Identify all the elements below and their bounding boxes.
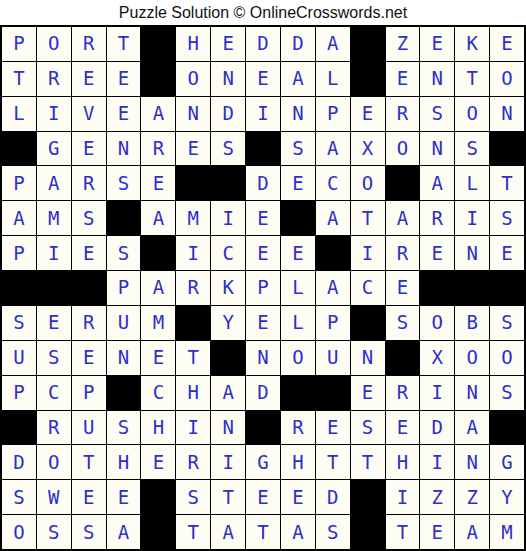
letter-cell-r12c7: N <box>211 411 245 445</box>
letter-cell-r6c12: A <box>386 201 420 235</box>
letter-cell-r10c14: O <box>455 341 489 375</box>
letter-cell-r9c12: S <box>386 306 420 340</box>
puzzle-solution-page: Puzzle Solution © OnlineCrosswords.net P… <box>0 0 526 551</box>
letter-cell-r4c6: E <box>176 132 210 166</box>
letter-cell-r3c11: E <box>351 97 385 131</box>
letter-cell-r5c8: D <box>246 166 280 200</box>
letter-cell-r7c4: S <box>107 236 141 270</box>
letter-cell-r13c5: E <box>141 445 175 479</box>
letter-cell-r14c14: Z <box>455 480 489 514</box>
letter-cell-r1c4: T <box>107 27 141 61</box>
letter-cell-r12c9: R <box>281 411 315 445</box>
letter-cell-r5c14: L <box>455 166 489 200</box>
letter-cell-r7c8: E <box>246 236 280 270</box>
letter-cell-r6c7: I <box>211 201 245 235</box>
letter-cell-r10c15: O <box>490 341 524 375</box>
letter-cell-r9c10: P <box>316 306 350 340</box>
letter-cell-r11c12: R <box>386 376 420 410</box>
letter-cell-r10c10: U <box>316 341 350 375</box>
letter-cell-r9c7: Y <box>211 306 245 340</box>
letter-cell-r5c10: C <box>316 166 350 200</box>
letter-cell-r3c10: P <box>316 97 350 131</box>
letter-cell-r12c11: S <box>351 411 385 445</box>
letter-cell-r7c2: I <box>37 236 71 270</box>
letter-cell-r11c2: C <box>37 376 71 410</box>
block-cell-r10c12 <box>386 341 420 375</box>
letter-cell-r3c2: I <box>37 97 71 131</box>
letter-cell-r10c5: E <box>141 341 175 375</box>
letter-cell-r12c2: R <box>37 411 71 445</box>
block-cell-r14c11 <box>351 480 385 514</box>
letter-cell-r12c13: D <box>420 411 454 445</box>
letter-cell-r14c10: D <box>316 480 350 514</box>
letter-cell-r13c6: R <box>176 445 210 479</box>
letter-cell-r1c1: P <box>2 27 36 61</box>
letter-cell-r11c8: D <box>246 376 280 410</box>
letter-cell-r2c10: L <box>316 62 350 96</box>
letter-cell-r13c1: D <box>2 445 36 479</box>
letter-cell-r5c15: T <box>490 166 524 200</box>
letter-cell-r2c14: T <box>455 62 489 96</box>
letter-cell-r7c11: I <box>351 236 385 270</box>
letter-cell-r7c13: E <box>420 236 454 270</box>
letter-cell-r15c6: T <box>176 515 210 549</box>
letter-cell-r15c3: S <box>72 515 106 549</box>
letter-cell-r15c8: T <box>246 515 280 549</box>
letter-cell-r7c9: E <box>281 236 315 270</box>
block-cell-r15c11 <box>351 515 385 549</box>
letter-cell-r10c3: E <box>72 341 106 375</box>
letter-cell-r6c13: R <box>420 201 454 235</box>
letter-cell-r15c13: E <box>420 515 454 549</box>
block-cell-r2c5 <box>141 62 175 96</box>
block-cell-r1c11 <box>351 27 385 61</box>
letter-cell-r3c4: E <box>107 97 141 131</box>
letter-cell-r5c11: O <box>351 166 385 200</box>
letter-cell-r11c3: P <box>72 376 106 410</box>
letter-cell-r11c7: A <box>211 376 245 410</box>
block-cell-r11c4 <box>107 376 141 410</box>
block-cell-r12c1 <box>2 411 36 445</box>
letter-cell-r2c13: N <box>420 62 454 96</box>
letter-cell-r9c15: S <box>490 306 524 340</box>
letter-cell-r8c6: R <box>176 271 210 305</box>
letter-cell-r2c6: O <box>176 62 210 96</box>
block-cell-r8c3 <box>72 271 106 305</box>
letter-cell-r6c2: M <box>37 201 71 235</box>
letter-cell-r8c8: P <box>246 271 280 305</box>
letter-cell-r12c14: A <box>455 411 489 445</box>
block-cell-r8c14 <box>455 271 489 305</box>
letter-cell-r5c5: E <box>141 166 175 200</box>
letter-cell-r13c2: O <box>37 445 71 479</box>
letter-cell-r3c12: R <box>386 97 420 131</box>
letter-cell-r8c11: C <box>351 271 385 305</box>
block-cell-r12c8 <box>246 411 280 445</box>
block-cell-r5c12 <box>386 166 420 200</box>
letter-cell-r13c10: T <box>316 445 350 479</box>
block-cell-r8c2 <box>37 271 71 305</box>
letter-cell-r2c3: E <box>72 62 106 96</box>
letter-cell-r1c9: D <box>281 27 315 61</box>
letter-cell-r3c7: D <box>211 97 245 131</box>
letter-cell-r11c11: E <box>351 376 385 410</box>
letter-cell-r13c9: H <box>281 445 315 479</box>
block-cell-r11c10 <box>316 376 350 410</box>
letter-cell-r7c15: E <box>490 236 524 270</box>
letter-cell-r4c13: N <box>420 132 454 166</box>
letter-cell-r15c9: A <box>281 515 315 549</box>
letter-cell-r2c1: T <box>2 62 36 96</box>
letter-cell-r2c8: E <box>246 62 280 96</box>
letter-cell-r12c12: E <box>386 411 420 445</box>
letter-cell-r8c9: L <box>281 271 315 305</box>
letter-cell-r15c14: A <box>455 515 489 549</box>
letter-cell-r14c13: Z <box>420 480 454 514</box>
letter-cell-r15c1: O <box>2 515 36 549</box>
letter-cell-r14c12: I <box>386 480 420 514</box>
letter-cell-r2c2: R <box>37 62 71 96</box>
letter-cell-r8c5: A <box>141 271 175 305</box>
letter-cell-r9c9: L <box>281 306 315 340</box>
letter-cell-r10c8: N <box>246 341 280 375</box>
letter-cell-r14c6: S <box>176 480 210 514</box>
letter-cell-r12c6: I <box>176 411 210 445</box>
letter-cell-r15c7: A <box>211 515 245 549</box>
letter-cell-r2c7: N <box>211 62 245 96</box>
block-cell-r5c6 <box>176 166 210 200</box>
block-cell-r6c9 <box>281 201 315 235</box>
letter-cell-r13c14: N <box>455 445 489 479</box>
letter-cell-r13c3: T <box>72 445 106 479</box>
letter-cell-r1c3: R <box>72 27 106 61</box>
letter-cell-r9c1: S <box>2 306 36 340</box>
letter-cell-r7c6: I <box>176 236 210 270</box>
letter-cell-r1c6: H <box>176 27 210 61</box>
letter-cell-r1c8: D <box>246 27 280 61</box>
letter-cell-r3c6: N <box>176 97 210 131</box>
letter-cell-r2c9: A <box>281 62 315 96</box>
block-cell-r12c15 <box>490 411 524 445</box>
letter-cell-r10c2: S <box>37 341 71 375</box>
letter-cell-r15c4: A <box>107 515 141 549</box>
letter-cell-r14c15: Y <box>490 480 524 514</box>
letter-cell-r10c4: N <box>107 341 141 375</box>
letter-cell-r8c4: P <box>107 271 141 305</box>
letter-cell-r8c12: E <box>386 271 420 305</box>
block-cell-r6c4 <box>107 201 141 235</box>
block-cell-r14c5 <box>141 480 175 514</box>
letter-cell-r1c12: Z <box>386 27 420 61</box>
block-cell-r8c13 <box>420 271 454 305</box>
letter-cell-r4c4: N <box>107 132 141 166</box>
letter-cell-r1c7: E <box>211 27 245 61</box>
letter-cell-r3c8: I <box>246 97 280 131</box>
block-cell-r15c5 <box>141 515 175 549</box>
letter-cell-r1c14: K <box>455 27 489 61</box>
letter-cell-r2c12: E <box>386 62 420 96</box>
letter-cell-r7c12: R <box>386 236 420 270</box>
block-cell-r4c15 <box>490 132 524 166</box>
letter-cell-r4c9: S <box>281 132 315 166</box>
block-cell-r7c5 <box>141 236 175 270</box>
letter-cell-r6c5: A <box>141 201 175 235</box>
letter-cell-r7c1: P <box>2 236 36 270</box>
block-cell-r2c11 <box>351 62 385 96</box>
letter-cell-r5c2: A <box>37 166 71 200</box>
letter-cell-r11c13: I <box>420 376 454 410</box>
letter-cell-r5c4: S <box>107 166 141 200</box>
letter-cell-r12c4: S <box>107 411 141 445</box>
letter-cell-r9c8: E <box>246 306 280 340</box>
block-cell-r10c7 <box>211 341 245 375</box>
letter-cell-r5c1: P <box>2 166 36 200</box>
letter-cell-r12c3: U <box>72 411 106 445</box>
letter-cell-r10c1: U <box>2 341 36 375</box>
letter-cell-r9c3: R <box>72 306 106 340</box>
letter-cell-r3c5: A <box>141 97 175 131</box>
letter-cell-r1c15: E <box>490 27 524 61</box>
letter-cell-r5c13: A <box>420 166 454 200</box>
letter-cell-r7c3: E <box>72 236 106 270</box>
letter-cell-r10c9: O <box>281 341 315 375</box>
letter-cell-r7c14: N <box>455 236 489 270</box>
letter-cell-r10c13: X <box>420 341 454 375</box>
letter-cell-r6c3: S <box>72 201 106 235</box>
letter-cell-r3c13: S <box>420 97 454 131</box>
letter-cell-r14c3: E <box>72 480 106 514</box>
block-cell-r4c1 <box>2 132 36 166</box>
block-cell-r11c9 <box>281 376 315 410</box>
block-cell-r4c8 <box>246 132 280 166</box>
letter-cell-r12c5: H <box>141 411 175 445</box>
letter-cell-r15c12: T <box>386 515 420 549</box>
letter-cell-r10c6: T <box>176 341 210 375</box>
letter-cell-r5c9: E <box>281 166 315 200</box>
letter-cell-r9c14: B <box>455 306 489 340</box>
letter-cell-r4c2: G <box>37 132 71 166</box>
letter-cell-r14c9: E <box>281 480 315 514</box>
letter-cell-r13c12: H <box>386 445 420 479</box>
block-cell-r8c15 <box>490 271 524 305</box>
crossword-grid: PORTHEDDAZEKETREEONEALENTOLIVEANDINPERSO… <box>0 25 526 551</box>
block-cell-r8c1 <box>2 271 36 305</box>
letter-cell-r15c2: S <box>37 515 71 549</box>
letter-cell-r13c4: H <box>107 445 141 479</box>
letter-cell-r14c7: T <box>211 480 245 514</box>
letter-cell-r2c15: O <box>490 62 524 96</box>
letter-cell-r10c11: N <box>351 341 385 375</box>
letter-cell-r13c8: G <box>246 445 280 479</box>
letter-cell-r6c15: S <box>490 201 524 235</box>
letter-cell-r13c7: I <box>211 445 245 479</box>
letter-cell-r6c11: T <box>351 201 385 235</box>
letter-cell-r14c2: W <box>37 480 71 514</box>
letter-cell-r3c1: L <box>2 97 36 131</box>
letter-cell-r6c10: A <box>316 201 350 235</box>
letter-cell-r4c12: O <box>386 132 420 166</box>
letter-cell-r1c10: A <box>316 27 350 61</box>
block-cell-r9c6 <box>176 306 210 340</box>
letter-cell-r4c14: S <box>455 132 489 166</box>
letter-cell-r4c7: S <box>211 132 245 166</box>
letter-cell-r4c3: E <box>72 132 106 166</box>
letter-cell-r13c11: T <box>351 445 385 479</box>
letter-cell-r4c5: R <box>141 132 175 166</box>
letter-cell-r14c1: S <box>2 480 36 514</box>
letter-cell-r4c10: A <box>316 132 350 166</box>
page-title: Puzzle Solution © OnlineCrosswords.net <box>0 0 526 25</box>
letter-cell-r14c8: E <box>246 480 280 514</box>
letter-cell-r11c1: P <box>2 376 36 410</box>
letter-cell-r9c13: O <box>420 306 454 340</box>
letter-cell-r3c3: V <box>72 97 106 131</box>
letter-cell-r2c4: E <box>107 62 141 96</box>
letter-cell-r6c6: M <box>176 201 210 235</box>
block-cell-r1c5 <box>141 27 175 61</box>
letter-cell-r3c15: N <box>490 97 524 131</box>
letter-cell-r11c5: C <box>141 376 175 410</box>
letter-cell-r9c4: U <box>107 306 141 340</box>
block-cell-r7c10 <box>316 236 350 270</box>
letter-cell-r6c1: A <box>2 201 36 235</box>
letter-cell-r13c13: I <box>420 445 454 479</box>
letter-cell-r14c4: E <box>107 480 141 514</box>
block-cell-r5c7 <box>211 166 245 200</box>
letter-cell-r12c10: E <box>316 411 350 445</box>
letter-cell-r4c11: X <box>351 132 385 166</box>
letter-cell-r11c15: S <box>490 376 524 410</box>
letter-cell-r7c7: C <box>211 236 245 270</box>
letter-cell-r11c6: H <box>176 376 210 410</box>
letter-cell-r3c9: N <box>281 97 315 131</box>
letter-cell-r9c5: M <box>141 306 175 340</box>
letter-cell-r6c14: I <box>455 201 489 235</box>
letter-cell-r1c13: E <box>420 27 454 61</box>
letter-cell-r11c14: N <box>455 376 489 410</box>
letter-cell-r1c2: O <box>37 27 71 61</box>
letter-cell-r15c15: M <box>490 515 524 549</box>
letter-cell-r3c14: O <box>455 97 489 131</box>
block-cell-r9c11 <box>351 306 385 340</box>
letter-cell-r15c10: S <box>316 515 350 549</box>
letter-cell-r8c10: A <box>316 271 350 305</box>
letter-cell-r6c8: E <box>246 201 280 235</box>
letter-cell-r13c15: G <box>490 445 524 479</box>
letter-cell-r9c2: E <box>37 306 71 340</box>
letter-cell-r5c3: R <box>72 166 106 200</box>
letter-cell-r8c7: K <box>211 271 245 305</box>
